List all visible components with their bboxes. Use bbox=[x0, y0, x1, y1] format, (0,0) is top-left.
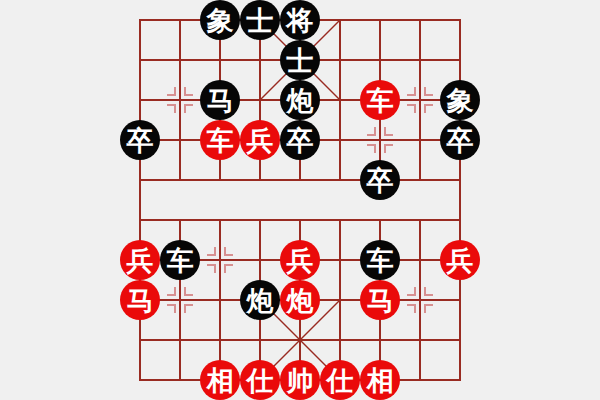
black-general-piece[interactable]: 将 bbox=[280, 0, 320, 40]
black-chariot-piece[interactable]: 车 bbox=[360, 240, 400, 280]
red-chariot-piece[interactable]: 车 bbox=[360, 80, 400, 120]
black-advisor-piece[interactable]: 士 bbox=[280, 40, 320, 80]
red-horse-piece[interactable]: 马 bbox=[360, 280, 400, 320]
black-advisor-piece[interactable]: 士 bbox=[240, 0, 280, 40]
red-advisor-piece[interactable]: 仕 bbox=[240, 360, 280, 400]
black-elephant-piece[interactable]: 象 bbox=[440, 80, 480, 120]
red-soldier-piece[interactable]: 兵 bbox=[240, 120, 280, 160]
black-soldier-piece[interactable]: 卒 bbox=[280, 120, 320, 160]
black-soldier-piece[interactable]: 卒 bbox=[440, 120, 480, 160]
black-soldier-piece[interactable]: 卒 bbox=[120, 120, 160, 160]
black-cannon-piece[interactable]: 炮 bbox=[280, 80, 320, 120]
xiangqi-app: 象士将士马炮车象卒车兵卒卒卒兵车兵车兵马炮炮马相仕帅仕相 bbox=[0, 0, 600, 400]
red-elephant-piece[interactable]: 相 bbox=[200, 360, 240, 400]
black-horse-piece[interactable]: 马 bbox=[200, 80, 240, 120]
red-soldier-piece[interactable]: 兵 bbox=[280, 240, 320, 280]
black-elephant-piece[interactable]: 象 bbox=[200, 0, 240, 40]
red-cannon-piece[interactable]: 炮 bbox=[280, 280, 320, 320]
red-general-piece[interactable]: 帅 bbox=[280, 360, 320, 400]
xiangqi-board: 象士将士马炮车象卒车兵卒卒卒兵车兵车兵马炮炮马相仕帅仕相 bbox=[120, 0, 480, 400]
red-soldier-piece[interactable]: 兵 bbox=[440, 240, 480, 280]
red-advisor-piece[interactable]: 仕 bbox=[320, 360, 360, 400]
black-chariot-piece[interactable]: 车 bbox=[160, 240, 200, 280]
red-soldier-piece[interactable]: 兵 bbox=[120, 240, 160, 280]
red-chariot-piece[interactable]: 车 bbox=[200, 120, 240, 160]
red-horse-piece[interactable]: 马 bbox=[120, 280, 160, 320]
red-elephant-piece[interactable]: 相 bbox=[360, 360, 400, 400]
black-soldier-piece[interactable]: 卒 bbox=[360, 160, 400, 200]
black-cannon-piece[interactable]: 炮 bbox=[240, 280, 280, 320]
